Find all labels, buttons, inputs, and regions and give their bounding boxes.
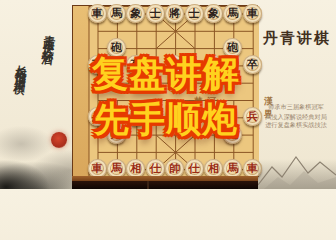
piece-black-elephant[interactable]: 象: [126, 4, 145, 23]
piece-black-horse[interactable]: 馬: [223, 4, 242, 23]
piece-black-horse[interactable]: 馬: [107, 4, 126, 23]
board-base-shadow: [72, 181, 258, 189]
piece-black-advisor[interactable]: 士: [185, 4, 204, 23]
piece-black-advisor[interactable]: 士: [146, 4, 165, 23]
piece-black-chariot[interactable]: 車: [88, 4, 107, 23]
caption-line: 由浅入深解说经典对局: [259, 113, 333, 122]
sketch-mountains-right: [258, 143, 336, 189]
piece-black-elephant[interactable]: 象: [204, 4, 223, 23]
channel-caption: 师承市三届象棋冠军由浅入深解说经典对局进行复盘象棋实战技法: [259, 104, 333, 131]
overlay-title-line1: 复盘讲解: [64, 50, 268, 99]
caption-line: 进行复盘象棋实战技法: [259, 122, 333, 131]
channel-title: 丹青讲棋: [259, 29, 335, 48]
poem-column-2: 长日惟消一局棋: [13, 55, 31, 78]
piece-black-chariot[interactable]: 車: [243, 4, 262, 23]
caption-line: 师承市三届象棋冠军: [259, 104, 333, 113]
overlay-title-line2: 先手顺炮: [64, 96, 268, 143]
piece-black-general[interactable]: 將: [165, 4, 184, 23]
poem-column-1: 青山不厌三杯酒: [41, 25, 59, 48]
